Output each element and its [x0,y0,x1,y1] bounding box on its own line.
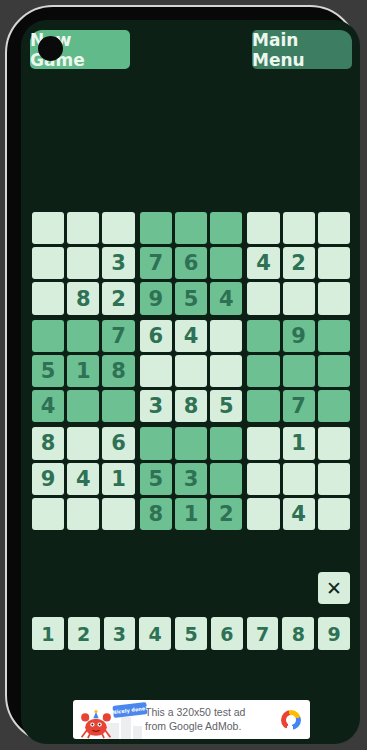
sudoku-cell[interactable]: 4 [175,320,207,352]
sudoku-board: 3827695442751846438597869415381214 [32,212,350,530]
sudoku-cell[interactable] [32,498,64,530]
sudoku-cell[interactable] [283,355,315,387]
sudoku-cell[interactable]: 3 [175,463,207,495]
sudoku-cell[interactable] [247,427,279,459]
sudoku-cell[interactable] [247,390,279,422]
sudoku-cell[interactable]: 6 [102,427,134,459]
sudoku-cell[interactable] [140,355,172,387]
sudoku-cell[interactable] [140,212,172,244]
digit-button-2[interactable]: 2 [68,617,100,650]
sudoku-cell[interactable]: 8 [175,390,207,422]
ad-headline-line2: from Google AdMob. [145,720,245,734]
sudoku-cell[interactable] [175,427,207,459]
digit-button-5[interactable]: 5 [175,617,207,650]
sudoku-cell[interactable]: 9 [140,282,172,314]
skyline-shape [121,717,131,739]
sudoku-cell[interactable]: 7 [140,247,172,279]
sudoku-cell[interactable]: 6 [140,320,172,352]
digit-button-6[interactable]: 6 [211,617,243,650]
sudoku-cell[interactable] [67,427,99,459]
sudoku-cell[interactable]: 5 [210,390,242,422]
sudoku-cell[interactable]: 7 [102,320,134,352]
digit-button-4[interactable]: 4 [139,617,171,650]
sudoku-cell[interactable] [210,427,242,459]
ad-banner[interactable]: Nicely done! This a 320x50 test ad from … [73,700,310,739]
sudoku-box: 76954 [140,212,243,315]
sudoku-box: 86941 [32,427,135,530]
sudoku-cell[interactable] [318,355,350,387]
sudoku-cell[interactable] [140,427,172,459]
sudoku-cell[interactable] [283,282,315,314]
sudoku-cell[interactable] [318,463,350,495]
sudoku-cell[interactable]: 1 [175,498,207,530]
sudoku-cell[interactable] [32,247,64,279]
sudoku-cell[interactable]: 4 [67,463,99,495]
sudoku-cell[interactable]: 4 [247,247,279,279]
skyline-shape [133,726,142,739]
sudoku-cell[interactable] [210,463,242,495]
sudoku-cell[interactable] [210,355,242,387]
sudoku-cell[interactable] [175,212,207,244]
sudoku-cell[interactable] [247,498,279,530]
sudoku-cell[interactable] [247,212,279,244]
ad-headline: This a 320x50 test ad from Google AdMob. [145,706,245,733]
sudoku-cell[interactable] [102,212,134,244]
sudoku-cell[interactable]: 1 [102,463,134,495]
sudoku-box: 97 [247,320,350,423]
camera-cutout [38,36,63,61]
screen: New Game Main Menu 382769544275184643859… [21,20,360,744]
sudoku-cell[interactable] [102,498,134,530]
ad-illustration: Nicely done! [73,700,145,739]
sudoku-cell[interactable]: 4 [32,390,64,422]
sudoku-cell[interactable]: 1 [67,355,99,387]
sudoku-cell[interactable] [67,390,99,422]
digit-button-7[interactable]: 7 [247,617,279,650]
digit-button-9[interactable]: 9 [318,617,350,650]
sudoku-cell[interactable] [318,390,350,422]
sudoku-cell[interactable] [283,212,315,244]
sudoku-box: 382 [32,212,135,315]
sudoku-cell[interactable]: 1 [283,427,315,459]
sudoku-box: 64385 [140,320,243,423]
sudoku-cell[interactable]: 2 [283,247,315,279]
crab-illustration [77,703,115,739]
sudoku-cell[interactable]: 5 [32,355,64,387]
digit-button-1[interactable]: 1 [32,617,64,650]
sudoku-cell[interactable] [32,212,64,244]
admob-logo-icon [281,710,301,730]
sudoku-cell[interactable] [102,390,134,422]
sudoku-cell[interactable] [318,212,350,244]
erase-button[interactable]: ✕ [318,572,350,604]
sudoku-cell[interactable] [32,282,64,314]
sudoku-cell[interactable] [67,320,99,352]
sudoku-cell[interactable]: 8 [67,282,99,314]
sudoku-cell[interactable] [210,320,242,352]
ad-flag: Nicely done! [112,702,147,718]
sudoku-cell[interactable]: 6 [175,247,207,279]
sudoku-cell[interactable]: 2 [102,282,134,314]
sudoku-cell[interactable] [67,247,99,279]
sudoku-box: 42 [247,212,350,315]
sudoku-cell[interactable]: 3 [102,247,134,279]
digit-button-8[interactable]: 8 [282,617,314,650]
sudoku-cell[interactable]: 2 [210,498,242,530]
sudoku-cell[interactable] [210,247,242,279]
sudoku-cell[interactable]: 8 [140,498,172,530]
sudoku-cell[interactable] [67,498,99,530]
digit-button-3[interactable]: 3 [104,617,136,650]
phone-frame: New Game Main Menu 382769544275184643859… [5,5,358,743]
sudoku-cell[interactable]: 5 [175,282,207,314]
ad-flag-label: Nicely done! [112,705,148,715]
sudoku-cell[interactable] [318,247,350,279]
sudoku-cell[interactable] [318,427,350,459]
sudoku-cell[interactable] [247,355,279,387]
sudoku-cell[interactable] [318,498,350,530]
sudoku-cell[interactable] [32,320,64,352]
sudoku-cell[interactable] [247,320,279,352]
sudoku-cell[interactable] [283,463,315,495]
sudoku-cell[interactable]: 9 [32,463,64,495]
sudoku-cell[interactable]: 7 [283,390,315,422]
sudoku-cell[interactable] [175,355,207,387]
sudoku-cell[interactable] [318,282,350,314]
sudoku-cell[interactable]: 8 [32,427,64,459]
sudoku-box: 75184 [32,320,135,423]
sudoku-cell[interactable]: 9 [283,320,315,352]
sudoku-cell[interactable]: 4 [283,498,315,530]
sudoku-cell[interactable]: 5 [140,463,172,495]
main-menu-button[interactable]: Main Menu [252,30,352,69]
ad-headline-line1: This a 320x50 test ad [145,706,245,720]
sudoku-cell[interactable] [247,282,279,314]
sudoku-cell[interactable] [247,463,279,495]
sudoku-cell[interactable] [318,320,350,352]
sudoku-cell[interactable] [210,212,242,244]
sudoku-box: 14 [247,427,350,530]
sudoku-box: 53812 [140,427,243,530]
close-icon: ✕ [326,577,342,599]
sudoku-cell[interactable] [67,212,99,244]
sudoku-cell[interactable]: 4 [210,282,242,314]
number-pad: 123456789 [32,617,350,650]
sudoku-cell[interactable]: 8 [102,355,134,387]
sudoku-cell[interactable]: 3 [140,390,172,422]
